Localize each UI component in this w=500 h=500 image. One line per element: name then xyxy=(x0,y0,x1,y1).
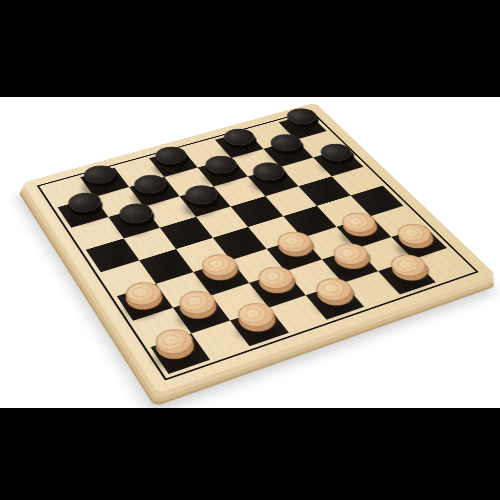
letterbox-top-bar xyxy=(0,0,500,97)
checkers-board xyxy=(22,103,496,394)
photo-background xyxy=(0,97,500,408)
letterbox-bottom-bar xyxy=(0,408,500,500)
screenshot-canvas xyxy=(0,0,500,500)
square-r3c2[interactable] xyxy=(108,207,160,239)
board-grid xyxy=(44,114,470,374)
